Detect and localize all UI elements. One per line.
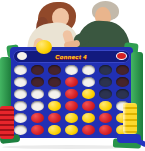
yellow-disc xyxy=(82,89,95,100)
empty-hole xyxy=(14,65,27,76)
cell-r3c6 xyxy=(97,88,114,100)
cell-r6c4 xyxy=(63,124,80,136)
red-disc xyxy=(82,101,95,112)
red-disc xyxy=(99,125,112,136)
empty-hole xyxy=(116,65,129,76)
connect4-logo-text: Connect 4 xyxy=(38,52,104,62)
held-yellow-disc xyxy=(36,40,52,54)
empty-hole xyxy=(99,77,112,88)
empty-hole xyxy=(31,77,44,88)
empty-hole xyxy=(31,89,44,100)
cell-r3c2 xyxy=(29,88,46,100)
yellow-disc xyxy=(82,113,95,124)
cell-r2c6 xyxy=(97,76,114,88)
red-disc xyxy=(65,101,78,112)
yellow-disc xyxy=(65,113,78,124)
empty-hole xyxy=(14,101,27,112)
empty-hole xyxy=(48,77,61,88)
cell-r1c3 xyxy=(46,64,63,76)
cell-r6c5 xyxy=(80,124,97,136)
cell-r3c3 xyxy=(46,88,63,100)
cell-r1c7 xyxy=(114,64,131,76)
cell-r2c5 xyxy=(80,76,97,88)
cell-r4c2 xyxy=(29,100,46,112)
empty-hole xyxy=(116,89,129,100)
scene: Connect 4 xyxy=(0,0,145,151)
cell-r4c5 xyxy=(80,100,97,112)
cell-r3c4 xyxy=(63,88,80,100)
empty-hole xyxy=(65,65,78,76)
empty-hole xyxy=(31,65,44,76)
empty-hole xyxy=(99,89,112,100)
red-disc xyxy=(99,113,112,124)
cell-r4c3 xyxy=(46,100,63,112)
cell-r3c7 xyxy=(114,88,131,100)
empty-hole xyxy=(99,65,112,76)
red-disc xyxy=(48,113,61,124)
cell-r1c6 xyxy=(97,64,114,76)
cell-r3c5 xyxy=(80,88,97,100)
yellow-disc-stack xyxy=(123,103,137,134)
cell-r5c1 xyxy=(12,112,29,124)
cell-r4c4 xyxy=(63,100,80,112)
empty-hole xyxy=(82,65,95,76)
cell-r2c2 xyxy=(29,76,46,88)
cell-r2c1 xyxy=(12,76,29,88)
empty-hole xyxy=(14,77,27,88)
cell-r6c2 xyxy=(29,124,46,136)
yellow-disc xyxy=(99,101,112,112)
red-disc-stack xyxy=(0,106,14,139)
cell-r5c5 xyxy=(80,112,97,124)
brand-badge-icon xyxy=(116,52,127,60)
red-disc xyxy=(65,77,78,88)
empty-hole xyxy=(82,77,95,88)
cell-r3c1 xyxy=(12,88,29,100)
cell-r4c1 xyxy=(12,100,29,112)
cell-r5c2 xyxy=(29,112,46,124)
yellow-disc xyxy=(65,125,78,136)
red-disc xyxy=(31,125,44,136)
cell-r1c1 xyxy=(12,64,29,76)
cell-r1c5 xyxy=(80,64,97,76)
cell-r2c7 xyxy=(114,76,131,88)
cell-r1c2 xyxy=(29,64,46,76)
empty-hole xyxy=(31,101,44,112)
cell-r4c6 xyxy=(97,100,114,112)
cell-r2c4 xyxy=(63,76,80,88)
red-disc xyxy=(65,89,78,100)
empty-hole xyxy=(48,65,61,76)
empty-hole xyxy=(14,89,27,100)
cell-r6c3 xyxy=(46,124,63,136)
empty-hole xyxy=(14,113,27,124)
red-disc xyxy=(82,125,95,136)
red-disc xyxy=(31,113,44,124)
empty-hole xyxy=(48,89,61,100)
empty-hole xyxy=(116,77,129,88)
cell-r1c4 xyxy=(63,64,80,76)
cell-r5c4 xyxy=(63,112,80,124)
yellow-disc xyxy=(48,101,61,112)
cell-r6c6 xyxy=(97,124,114,136)
cell-r5c3 xyxy=(46,112,63,124)
board-grid xyxy=(12,64,131,136)
cell-r2c3 xyxy=(46,76,63,88)
yellow-disc xyxy=(48,125,61,136)
cell-r5c6 xyxy=(97,112,114,124)
maker-badge-icon xyxy=(17,52,27,60)
